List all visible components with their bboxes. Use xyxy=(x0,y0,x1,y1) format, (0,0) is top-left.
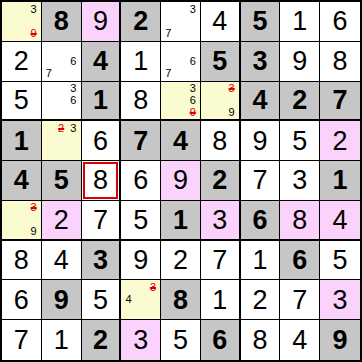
cell-r9c8[interactable]: 4 xyxy=(280,320,320,360)
candidate-mark[interactable]: 6 xyxy=(187,94,199,106)
cell-r5c3[interactable]: 8 xyxy=(82,161,122,201)
solved-digit: 2 xyxy=(14,47,29,75)
given-digit: 9 xyxy=(333,326,348,354)
pencil-marks: 67 xyxy=(162,43,199,80)
candidate-mark[interactable]: 4 xyxy=(122,294,134,306)
cell-r8c5[interactable]: 8 xyxy=(161,280,201,320)
solved-digit: 5 xyxy=(292,127,307,155)
cell-r5c9[interactable]: 1 xyxy=(320,161,360,201)
cell-r3c1[interactable]: 5 xyxy=(2,82,42,122)
cell-r1c4[interactable]: 2 xyxy=(121,2,161,42)
cell-r3c5[interactable]: 369 xyxy=(161,82,201,122)
cell-r5c4[interactable]: 6 xyxy=(121,161,161,201)
cell-r8c1[interactable]: 6 xyxy=(2,280,42,320)
pencil-marks: 23 xyxy=(43,122,80,159)
cell-r4c5[interactable]: 4 xyxy=(161,121,201,161)
pencil-marks: 37 xyxy=(162,3,199,40)
given-digit: 4 xyxy=(14,166,29,194)
cell-r8c6[interactable]: 1 xyxy=(201,280,241,320)
solved-digit: 3 xyxy=(212,206,227,234)
solved-digit: 7 xyxy=(292,286,307,314)
cell-r6c8[interactable]: 8 xyxy=(280,201,320,241)
solved-digit: 2 xyxy=(333,127,348,155)
solved-digit: 5 xyxy=(133,206,148,234)
candidate-mark[interactable]: 6 xyxy=(67,55,79,67)
cell-r7c1[interactable]: 8 xyxy=(2,241,42,281)
cell-r4c8[interactable]: 5 xyxy=(280,121,320,161)
cell-r2c2[interactable]: 67 xyxy=(42,42,82,82)
solved-digit: 1 xyxy=(54,326,69,354)
solved-digit: 6 xyxy=(93,127,108,155)
cell-r9c7[interactable]: 8 xyxy=(241,320,281,360)
candidate-mark[interactable]: 3 xyxy=(67,122,79,134)
cell-r4c3[interactable]: 6 xyxy=(82,121,122,161)
cell-r5c8[interactable]: 3 xyxy=(280,161,320,201)
given-digit: 1 xyxy=(173,206,188,234)
cell-r4c6[interactable]: 8 xyxy=(201,121,241,161)
cell-r5c7[interactable]: 7 xyxy=(241,161,281,201)
cell-r4c4[interactable]: 7 xyxy=(121,121,161,161)
candidate-mark[interactable]: 6 xyxy=(67,94,79,106)
cell-r1c6[interactable]: 4 xyxy=(201,2,241,42)
pencil-marks: 39 xyxy=(3,3,40,40)
cell-r3c3[interactable]: 1 xyxy=(82,82,122,122)
solved-digit: 8 xyxy=(133,86,148,114)
cell-r6c2[interactable]: 2 xyxy=(42,201,82,241)
solved-digit: 2 xyxy=(173,246,188,274)
cell-r2c7[interactable]: 3 xyxy=(241,42,281,82)
cell-r9c1[interactable]: 7 xyxy=(2,320,42,360)
cell-r2c3[interactable]: 4 xyxy=(82,42,122,82)
given-digit: 6 xyxy=(292,246,307,274)
cell-r3c4[interactable]: 8 xyxy=(121,82,161,122)
cell-r2c4[interactable]: 1 xyxy=(121,42,161,82)
eliminated-candidate-mark[interactable]: 9 xyxy=(187,106,199,118)
solved-digit: 1 xyxy=(253,246,268,274)
cell-r1c7[interactable]: 5 xyxy=(241,2,281,42)
candidate-mark[interactable]: 6 xyxy=(187,55,199,67)
cell-r3c7[interactable]: 4 xyxy=(241,82,281,122)
cell-r2c5[interactable]: 67 xyxy=(161,42,201,82)
solved-digit: 5 xyxy=(93,286,108,314)
cell-r3c6[interactable]: 39 xyxy=(201,82,241,122)
given-digit: 5 xyxy=(54,166,69,194)
cell-r5c2[interactable]: 5 xyxy=(42,161,82,201)
pencil-marks: 34 xyxy=(122,281,159,318)
candidate-mark[interactable]: 3 xyxy=(67,83,79,95)
eliminated-candidate-mark[interactable]: 3 xyxy=(226,83,238,95)
cell-r9c2[interactable]: 1 xyxy=(42,320,82,360)
solved-digit: 9 xyxy=(253,127,268,155)
solved-digit: 2 xyxy=(253,286,268,314)
solved-digit: 9 xyxy=(292,47,307,75)
cell-r2c6[interactable]: 5 xyxy=(201,42,241,82)
given-digit: 6 xyxy=(212,326,227,354)
cell-r8c2[interactable]: 9 xyxy=(42,280,82,320)
given-digit: 3 xyxy=(93,246,108,274)
given-digit: 2 xyxy=(212,166,227,194)
eliminated-candidate-mark[interactable]: 2 xyxy=(55,122,67,134)
cell-r5c5[interactable]: 9 xyxy=(161,161,201,201)
cell-r1c2[interactable]: 8 xyxy=(42,2,82,42)
candidate-mark[interactable]: 7 xyxy=(43,67,55,79)
solved-digit: 8 xyxy=(333,47,348,75)
solved-digit: 4 xyxy=(333,206,348,234)
given-digit: 1 xyxy=(14,127,29,155)
pencil-marks: 39 xyxy=(202,83,238,119)
given-digit: 4 xyxy=(93,47,108,75)
solved-digit: 5 xyxy=(333,246,348,274)
cell-r9c5[interactable]: 5 xyxy=(161,320,201,360)
cell-r7c6[interactable]: 7 xyxy=(201,241,241,281)
candidate-mark[interactable]: 3 xyxy=(28,3,40,15)
given-digit: 8 xyxy=(54,7,69,35)
cell-r9c3[interactable]: 2 xyxy=(82,320,122,360)
cell-r8c3[interactable]: 5 xyxy=(82,280,122,320)
cell-r3c2[interactable]: 36 xyxy=(42,82,82,122)
solved-digit: 7 xyxy=(14,326,29,354)
cell-r6c7[interactable]: 6 xyxy=(241,201,281,241)
solved-digit: 8 xyxy=(292,206,307,234)
given-digit: 6 xyxy=(253,206,268,234)
cell-r7c4[interactable]: 9 xyxy=(121,241,161,281)
eliminated-candidate-mark[interactable]: 3 xyxy=(28,202,40,214)
solved-digit: 4 xyxy=(212,7,227,35)
solved-digit: 8 xyxy=(14,246,29,274)
cell-r6c9[interactable]: 4 xyxy=(320,201,360,241)
cell-r1c5[interactable]: 37 xyxy=(161,2,201,42)
eliminated-candidate-mark[interactable]: 9 xyxy=(28,28,40,40)
cell-r9c4[interactable]: 3 xyxy=(121,320,161,360)
cell-r6c1[interactable]: 39 xyxy=(2,201,42,241)
given-digit: 9 xyxy=(54,286,69,314)
solved-digit: 6 xyxy=(14,286,29,314)
cell-r7c5[interactable]: 2 xyxy=(161,241,201,281)
candidate-mark[interactable]: 9 xyxy=(28,226,40,238)
solved-digit: 6 xyxy=(133,166,148,194)
candidate-mark[interactable]: 3 xyxy=(187,83,199,95)
cell-r1c8[interactable]: 1 xyxy=(280,2,320,42)
candidate-mark[interactable]: 7 xyxy=(162,28,174,40)
given-digit: 7 xyxy=(333,86,348,114)
solved-digit: 7 xyxy=(93,206,108,234)
solved-digit: 4 xyxy=(292,326,307,354)
solved-digit: 3 xyxy=(133,326,148,354)
cell-r8c4[interactable]: 34 xyxy=(121,280,161,320)
solved-digit: 7 xyxy=(253,166,268,194)
given-digit: 2 xyxy=(93,326,108,354)
sudoku-board: 3989237451626741675398536183693942712367… xyxy=(0,0,362,362)
solved-digit: 3 xyxy=(292,166,307,194)
cell-r4c2[interactable]: 23 xyxy=(42,121,82,161)
solved-digit: 5 xyxy=(14,86,29,114)
solved-digit: 5 xyxy=(173,326,188,354)
solved-digit: 4 xyxy=(54,246,69,274)
cell-r8c9[interactable]: 3 xyxy=(320,280,360,320)
solved-digit: 1 xyxy=(212,286,227,314)
cell-r4c9[interactable]: 2 xyxy=(320,121,360,161)
cell-r8c7[interactable]: 2 xyxy=(241,280,281,320)
cell-r2c9[interactable]: 8 xyxy=(320,42,360,82)
given-digit: 8 xyxy=(173,286,188,314)
cell-r4c7[interactable]: 9 xyxy=(241,121,281,161)
solved-digit: 9 xyxy=(173,166,188,194)
solved-digit: 9 xyxy=(133,246,148,274)
given-digit: 1 xyxy=(333,166,348,194)
given-digit: 5 xyxy=(212,47,227,75)
cell-r7c7[interactable]: 1 xyxy=(241,241,281,281)
given-digit: 2 xyxy=(133,7,148,35)
candidate-mark[interactable]: 7 xyxy=(162,67,174,79)
cell-r5c1[interactable]: 4 xyxy=(2,161,42,201)
solved-digit: 8 xyxy=(93,166,108,194)
pencil-marks: 39 xyxy=(3,202,40,238)
cell-r7c2[interactable]: 4 xyxy=(42,241,82,281)
solved-digit: 6 xyxy=(333,7,348,35)
given-digit: 2 xyxy=(292,86,307,114)
given-digit: 4 xyxy=(253,86,268,114)
given-digit: 3 xyxy=(253,47,268,75)
cell-r7c9[interactable]: 5 xyxy=(320,241,360,281)
pencil-marks: 369 xyxy=(162,83,199,119)
cell-r1c3[interactable]: 9 xyxy=(82,2,122,42)
eliminated-candidate-mark[interactable]: 3 xyxy=(147,281,159,293)
cell-r3c9[interactable]: 7 xyxy=(320,82,360,122)
cell-r7c3[interactable]: 3 xyxy=(82,241,122,281)
cell-r9c9[interactable]: 9 xyxy=(320,320,360,360)
cell-r6c4[interactable]: 5 xyxy=(121,201,161,241)
solved-digit: 8 xyxy=(253,326,268,354)
solved-digit: 1 xyxy=(133,47,148,75)
cell-r7c8[interactable]: 6 xyxy=(280,241,320,281)
cell-r1c9[interactable]: 6 xyxy=(320,2,360,42)
cell-r9c6[interactable]: 6 xyxy=(201,320,241,360)
cell-r8c8[interactable]: 7 xyxy=(280,280,320,320)
cell-r2c1[interactable]: 2 xyxy=(2,42,42,82)
solved-digit: 1 xyxy=(292,7,307,35)
solved-digit: 2 xyxy=(54,206,69,234)
cell-r1c1[interactable]: 39 xyxy=(2,2,42,42)
given-digit: 1 xyxy=(93,86,108,114)
solved-digit: 8 xyxy=(212,127,227,155)
cell-r3c8[interactable]: 2 xyxy=(280,82,320,122)
solved-digit: 7 xyxy=(212,246,227,274)
cell-r5c6[interactable]: 2 xyxy=(201,161,241,201)
pencil-marks: 36 xyxy=(43,83,80,119)
pencil-marks: 67 xyxy=(43,43,80,80)
solved-digit: 9 xyxy=(93,7,108,35)
candidate-mark[interactable]: 3 xyxy=(187,3,199,15)
given-digit: 5 xyxy=(253,7,268,35)
solved-digit: 3 xyxy=(333,286,348,314)
candidate-mark[interactable]: 9 xyxy=(226,106,238,118)
cell-r6c5[interactable]: 1 xyxy=(161,201,201,241)
given-digit: 7 xyxy=(133,127,148,155)
cell-r4c1[interactable]: 1 xyxy=(2,121,42,161)
cell-r6c3[interactable]: 7 xyxy=(82,201,122,241)
given-digit: 4 xyxy=(173,127,188,155)
cell-r6c6[interactable]: 3 xyxy=(201,201,241,241)
cell-r2c8[interactable]: 9 xyxy=(280,42,320,82)
